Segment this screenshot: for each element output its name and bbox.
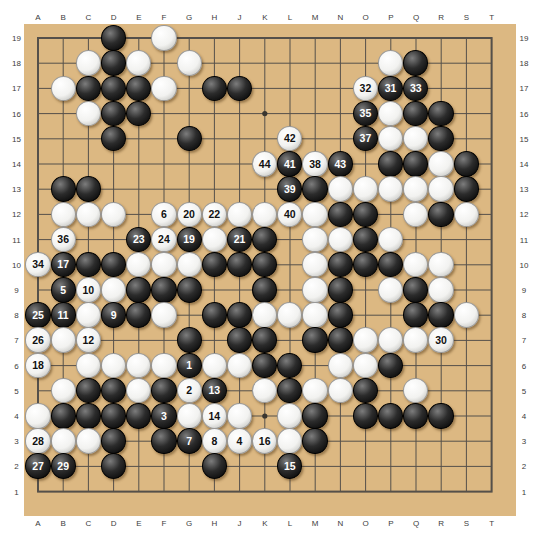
point-F19[interactable] [151, 25, 176, 50]
black-stone-N14[interactable]: 43 [328, 151, 353, 177]
black-stone-H8[interactable] [202, 302, 227, 328]
point-S5[interactable] [454, 378, 479, 403]
point-K3[interactable]: 16 [252, 428, 277, 453]
black-stone-Q14[interactable] [403, 151, 428, 177]
point-P12[interactable] [378, 202, 403, 227]
point-F11[interactable]: 24 [151, 227, 176, 252]
white-stone-H6[interactable] [202, 353, 227, 379]
black-stone-K6[interactable] [252, 353, 277, 379]
black-stone-O10[interactable] [353, 252, 378, 278]
point-G10[interactable] [177, 252, 202, 277]
point-F7[interactable] [151, 328, 176, 353]
point-C17[interactable] [76, 76, 101, 101]
point-B14[interactable] [51, 151, 76, 176]
point-D2[interactable] [101, 454, 126, 479]
black-stone-Q18[interactable] [403, 50, 428, 76]
point-M16[interactable] [302, 101, 327, 126]
point-R17[interactable] [428, 76, 453, 101]
point-K4[interactable] [252, 403, 277, 428]
point-T18[interactable] [479, 51, 504, 76]
point-N13[interactable] [328, 177, 353, 202]
point-K2[interactable] [252, 454, 277, 479]
point-B9[interactable]: 5 [51, 277, 76, 302]
point-T10[interactable] [479, 252, 504, 277]
point-A14[interactable] [25, 151, 50, 176]
white-stone-O6[interactable] [353, 353, 378, 379]
black-stone-C5[interactable] [76, 378, 101, 404]
black-stone-F5[interactable] [151, 378, 176, 404]
point-H2[interactable] [202, 454, 227, 479]
point-E8[interactable] [126, 302, 151, 327]
point-R4[interactable] [428, 403, 453, 428]
point-D17[interactable] [101, 76, 126, 101]
point-T15[interactable] [479, 126, 504, 151]
white-stone-B12[interactable] [51, 202, 76, 228]
black-stone-L14[interactable]: 41 [277, 151, 302, 177]
point-N8[interactable] [328, 302, 353, 327]
point-P13[interactable] [378, 177, 403, 202]
point-C3[interactable] [76, 428, 101, 453]
black-stone-O5[interactable] [353, 378, 378, 404]
point-S7[interactable] [454, 328, 479, 353]
point-T11[interactable] [479, 227, 504, 252]
white-stone-P13[interactable] [378, 176, 403, 202]
point-R2[interactable] [428, 454, 453, 479]
point-B5[interactable] [51, 378, 76, 403]
black-stone-S13[interactable] [454, 176, 479, 202]
point-Q3[interactable] [403, 428, 428, 453]
point-C15[interactable] [76, 126, 101, 151]
black-stone-H17[interactable] [202, 76, 227, 102]
black-stone-N7[interactable] [328, 327, 353, 353]
point-R19[interactable] [428, 25, 453, 50]
point-P6[interactable] [378, 353, 403, 378]
black-stone-G3[interactable]: 7 [177, 428, 202, 454]
point-E9[interactable] [126, 277, 151, 302]
point-N1[interactable] [328, 479, 353, 504]
point-M12[interactable] [302, 202, 327, 227]
point-N7[interactable] [328, 328, 353, 353]
point-E11[interactable]: 23 [126, 227, 151, 252]
black-stone-J8[interactable] [227, 302, 252, 328]
point-Q4[interactable] [403, 403, 428, 428]
white-stone-J3[interactable]: 4 [227, 428, 252, 454]
point-L7[interactable] [277, 328, 302, 353]
point-E1[interactable] [126, 479, 151, 504]
point-C1[interactable] [76, 479, 101, 504]
white-stone-L4[interactable] [277, 403, 302, 429]
point-K14[interactable]: 44 [252, 151, 277, 176]
point-E7[interactable] [126, 328, 151, 353]
point-C5[interactable] [76, 378, 101, 403]
point-A3[interactable]: 28 [25, 428, 50, 453]
black-stone-M7[interactable] [302, 327, 327, 353]
point-K11[interactable] [252, 227, 277, 252]
point-B18[interactable] [51, 51, 76, 76]
white-stone-A3[interactable]: 28 [25, 428, 50, 454]
black-stone-H5[interactable]: 13 [202, 378, 227, 404]
point-F17[interactable] [151, 76, 176, 101]
point-T14[interactable] [479, 151, 504, 176]
point-B1[interactable] [51, 479, 76, 504]
white-stone-Q10[interactable] [403, 252, 428, 278]
white-stone-R7[interactable]: 30 [428, 327, 453, 353]
point-R1[interactable] [428, 479, 453, 504]
black-stone-O11[interactable] [353, 227, 378, 253]
point-K9[interactable] [252, 277, 277, 302]
point-L19[interactable] [277, 25, 302, 50]
point-L6[interactable] [277, 353, 302, 378]
white-stone-P15[interactable] [378, 126, 403, 152]
point-B13[interactable] [51, 177, 76, 202]
white-stone-C12[interactable] [76, 202, 101, 228]
white-stone-P18[interactable] [378, 50, 403, 76]
white-stone-A6[interactable]: 18 [25, 353, 50, 379]
white-stone-M8[interactable] [302, 302, 327, 328]
point-B12[interactable] [51, 202, 76, 227]
point-L13[interactable]: 39 [277, 177, 302, 202]
point-Q7[interactable] [403, 328, 428, 353]
point-R6[interactable] [428, 353, 453, 378]
point-F1[interactable] [151, 479, 176, 504]
point-O14[interactable] [353, 151, 378, 176]
point-B19[interactable] [51, 25, 76, 50]
point-G7[interactable] [177, 328, 202, 353]
point-A10[interactable]: 34 [25, 252, 50, 277]
point-E17[interactable] [126, 76, 151, 101]
point-B10[interactable]: 17 [51, 252, 76, 277]
point-A6[interactable]: 18 [25, 353, 50, 378]
white-stone-K3[interactable]: 16 [252, 428, 277, 454]
point-S8[interactable] [454, 302, 479, 327]
point-P18[interactable] [378, 51, 403, 76]
point-D11[interactable] [101, 227, 126, 252]
black-stone-K9[interactable] [252, 277, 277, 303]
black-stone-P4[interactable] [378, 403, 403, 429]
point-J10[interactable] [227, 252, 252, 277]
point-T8[interactable] [479, 302, 504, 327]
white-stone-A10[interactable]: 34 [25, 252, 50, 278]
point-A9[interactable] [25, 277, 50, 302]
white-stone-G4[interactable] [177, 403, 202, 429]
point-Q2[interactable] [403, 454, 428, 479]
white-stone-N11[interactable] [328, 227, 353, 253]
point-P10[interactable] [378, 252, 403, 277]
point-L10[interactable] [277, 252, 302, 277]
point-L16[interactable] [277, 101, 302, 126]
black-stone-Q4[interactable] [403, 403, 428, 429]
point-O3[interactable] [353, 428, 378, 453]
point-P8[interactable] [378, 302, 403, 327]
point-F15[interactable] [151, 126, 176, 151]
black-stone-C10[interactable] [76, 252, 101, 278]
point-L4[interactable] [277, 403, 302, 428]
point-R18[interactable] [428, 51, 453, 76]
white-stone-J4[interactable] [227, 403, 252, 429]
point-A11[interactable] [25, 227, 50, 252]
black-stone-D17[interactable] [101, 76, 126, 102]
point-R14[interactable] [428, 151, 453, 176]
point-C8[interactable] [76, 302, 101, 327]
black-stone-Q8[interactable] [403, 302, 428, 328]
black-stone-E11[interactable]: 23 [126, 227, 151, 253]
point-A17[interactable] [25, 76, 50, 101]
point-O18[interactable] [353, 51, 378, 76]
point-D4[interactable] [101, 403, 126, 428]
white-stone-N13[interactable] [328, 176, 353, 202]
point-A5[interactable] [25, 378, 50, 403]
point-Q14[interactable] [403, 151, 428, 176]
point-G5[interactable]: 2 [177, 378, 202, 403]
point-A8[interactable]: 25 [25, 302, 50, 327]
white-stone-R9[interactable] [428, 277, 453, 303]
white-stone-P16[interactable] [378, 101, 403, 127]
point-B3[interactable] [51, 428, 76, 453]
point-G2[interactable] [177, 454, 202, 479]
point-D5[interactable] [101, 378, 126, 403]
white-stone-Q13[interactable] [403, 176, 428, 202]
point-E19[interactable] [126, 25, 151, 50]
white-stone-C3[interactable] [76, 428, 101, 454]
point-N3[interactable] [328, 428, 353, 453]
point-D12[interactable] [101, 202, 126, 227]
point-C4[interactable] [76, 403, 101, 428]
black-stone-N8[interactable] [328, 302, 353, 328]
point-D1[interactable] [101, 479, 126, 504]
black-stone-J17[interactable] [227, 76, 252, 102]
point-J19[interactable] [227, 25, 252, 50]
point-K12[interactable] [252, 202, 277, 227]
point-G8[interactable] [177, 302, 202, 327]
point-C13[interactable] [76, 177, 101, 202]
point-M17[interactable] [302, 76, 327, 101]
point-S6[interactable] [454, 353, 479, 378]
point-D7[interactable] [101, 328, 126, 353]
point-S3[interactable] [454, 428, 479, 453]
point-A1[interactable] [25, 479, 50, 504]
point-J11[interactable]: 21 [227, 227, 252, 252]
white-stone-F19[interactable] [151, 25, 176, 51]
point-Q19[interactable] [403, 25, 428, 50]
black-stone-K10[interactable] [252, 252, 277, 278]
point-O9[interactable] [353, 277, 378, 302]
point-N9[interactable] [328, 277, 353, 302]
point-J14[interactable] [227, 151, 252, 176]
point-F16[interactable] [151, 101, 176, 126]
black-stone-P6[interactable] [378, 353, 403, 379]
point-P3[interactable] [378, 428, 403, 453]
black-stone-D8[interactable]: 9 [101, 302, 126, 328]
point-D19[interactable] [101, 25, 126, 50]
point-T12[interactable] [479, 202, 504, 227]
point-P7[interactable] [378, 328, 403, 353]
point-J4[interactable] [227, 403, 252, 428]
point-T17[interactable] [479, 76, 504, 101]
point-R15[interactable] [428, 126, 453, 151]
point-C12[interactable] [76, 202, 101, 227]
white-stone-F17[interactable] [151, 76, 176, 102]
point-C14[interactable] [76, 151, 101, 176]
point-O10[interactable] [353, 252, 378, 277]
point-C7[interactable]: 12 [76, 328, 101, 353]
black-stone-D4[interactable] [101, 403, 126, 429]
point-B6[interactable] [51, 353, 76, 378]
white-stone-R10[interactable] [428, 252, 453, 278]
point-L14[interactable]: 41 [277, 151, 302, 176]
point-G1[interactable] [177, 479, 202, 504]
point-Q6[interactable] [403, 353, 428, 378]
point-G17[interactable] [177, 76, 202, 101]
point-N12[interactable] [328, 202, 353, 227]
white-stone-M14[interactable]: 38 [302, 151, 327, 177]
white-stone-Q7[interactable] [403, 327, 428, 353]
black-stone-G11[interactable]: 19 [177, 227, 202, 253]
point-J15[interactable] [227, 126, 252, 151]
point-A19[interactable] [25, 25, 50, 50]
point-H6[interactable] [202, 353, 227, 378]
point-F18[interactable] [151, 51, 176, 76]
point-C6[interactable] [76, 353, 101, 378]
white-stone-K14[interactable]: 44 [252, 151, 277, 177]
black-stone-Q9[interactable] [403, 277, 428, 303]
point-O13[interactable] [353, 177, 378, 202]
point-Q12[interactable] [403, 202, 428, 227]
black-stone-B2[interactable]: 29 [51, 453, 76, 479]
white-stone-K12[interactable] [252, 202, 277, 228]
point-S13[interactable] [454, 177, 479, 202]
point-F12[interactable]: 6 [151, 202, 176, 227]
white-stone-M9[interactable] [302, 277, 327, 303]
point-A2[interactable]: 27 [25, 454, 50, 479]
white-stone-S8[interactable] [454, 302, 479, 328]
white-stone-N6[interactable] [328, 353, 353, 379]
point-A16[interactable] [25, 101, 50, 126]
point-H3[interactable]: 8 [202, 428, 227, 453]
black-stone-K11[interactable] [252, 227, 277, 253]
point-B8[interactable]: 11 [51, 302, 76, 327]
white-stone-F8[interactable] [151, 302, 176, 328]
point-P5[interactable] [378, 378, 403, 403]
white-stone-F10[interactable] [151, 252, 176, 278]
point-L17[interactable] [277, 76, 302, 101]
point-D8[interactable]: 9 [101, 302, 126, 327]
point-D13[interactable] [101, 177, 126, 202]
white-stone-M11[interactable] [302, 227, 327, 253]
point-F8[interactable] [151, 302, 176, 327]
point-P4[interactable] [378, 403, 403, 428]
point-P2[interactable] [378, 454, 403, 479]
point-K10[interactable] [252, 252, 277, 277]
white-stone-Q5[interactable] [403, 378, 428, 404]
point-H15[interactable] [202, 126, 227, 151]
point-K6[interactable] [252, 353, 277, 378]
point-R7[interactable]: 30 [428, 328, 453, 353]
black-stone-S14[interactable] [454, 151, 479, 177]
white-stone-F12[interactable]: 6 [151, 202, 176, 228]
point-F2[interactable] [151, 454, 176, 479]
white-stone-F6[interactable] [151, 353, 176, 379]
point-H19[interactable] [202, 25, 227, 50]
point-N2[interactable] [328, 454, 353, 479]
point-B15[interactable] [51, 126, 76, 151]
point-A12[interactable] [25, 202, 50, 227]
point-B11[interactable]: 36 [51, 227, 76, 252]
white-stone-B5[interactable] [51, 378, 76, 404]
point-M18[interactable] [302, 51, 327, 76]
point-N18[interactable] [328, 51, 353, 76]
point-A4[interactable] [25, 403, 50, 428]
point-S4[interactable] [454, 403, 479, 428]
white-stone-Q15[interactable] [403, 126, 428, 152]
point-M1[interactable] [302, 479, 327, 504]
white-stone-K8[interactable] [252, 302, 277, 328]
point-A18[interactable] [25, 51, 50, 76]
white-stone-P11[interactable] [378, 227, 403, 253]
black-stone-L6[interactable] [277, 353, 302, 379]
point-S15[interactable] [454, 126, 479, 151]
white-stone-K5[interactable] [252, 378, 277, 404]
point-S11[interactable] [454, 227, 479, 252]
point-R12[interactable] [428, 202, 453, 227]
black-stone-N10[interactable] [328, 252, 353, 278]
white-stone-O17[interactable]: 32 [353, 76, 378, 102]
point-D6[interactable] [101, 353, 126, 378]
white-stone-M10[interactable] [302, 252, 327, 278]
white-stone-G18[interactable] [177, 50, 202, 76]
black-stone-K7[interactable] [252, 327, 277, 353]
point-S1[interactable] [454, 479, 479, 504]
point-O16[interactable]: 35 [353, 101, 378, 126]
point-O5[interactable] [353, 378, 378, 403]
black-stone-B4[interactable] [51, 403, 76, 429]
black-stone-O16[interactable]: 35 [353, 101, 378, 127]
point-P1[interactable] [378, 479, 403, 504]
white-stone-C8[interactable] [76, 302, 101, 328]
point-Q9[interactable] [403, 277, 428, 302]
black-stone-R15[interactable] [428, 126, 453, 152]
point-N16[interactable] [328, 101, 353, 126]
point-K16[interactable] [252, 101, 277, 126]
black-stone-A8[interactable]: 25 [25, 302, 50, 328]
point-Q16[interactable] [403, 101, 428, 126]
point-J2[interactable] [227, 454, 252, 479]
white-stone-B7[interactable] [51, 327, 76, 353]
point-M13[interactable] [302, 177, 327, 202]
white-stone-A4[interactable] [25, 403, 50, 429]
point-R11[interactable] [428, 227, 453, 252]
white-stone-E18[interactable] [126, 50, 151, 76]
black-stone-D10[interactable] [101, 252, 126, 278]
point-O11[interactable] [353, 227, 378, 252]
point-T4[interactable] [479, 403, 504, 428]
point-F4[interactable]: 3 [151, 403, 176, 428]
point-L12[interactable]: 40 [277, 202, 302, 227]
black-stone-F9[interactable] [151, 277, 176, 303]
point-O4[interactable] [353, 403, 378, 428]
point-K19[interactable] [252, 25, 277, 50]
white-stone-C16[interactable] [76, 101, 101, 127]
point-O19[interactable] [353, 25, 378, 50]
point-L5[interactable] [277, 378, 302, 403]
black-stone-D2[interactable] [101, 453, 126, 479]
point-P14[interactable] [378, 151, 403, 176]
black-stone-J10[interactable] [227, 252, 252, 278]
black-stone-O4[interactable] [353, 403, 378, 429]
white-stone-E5[interactable] [126, 378, 151, 404]
black-stone-O12[interactable] [353, 202, 378, 228]
white-stone-G12[interactable]: 20 [177, 202, 202, 228]
point-K17[interactable] [252, 76, 277, 101]
